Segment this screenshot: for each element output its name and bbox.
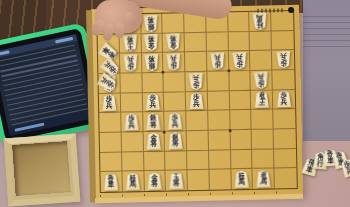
shogi-piece[interactable]: 金将	[166, 34, 182, 52]
star-point	[229, 129, 232, 132]
piece-kanji: 兵	[214, 54, 221, 62]
board-cell	[209, 170, 231, 190]
captured-pieces-top-player: 香車歩兵歩兵	[99, 44, 129, 104]
board-cell: 歩兵	[272, 50, 294, 70]
star-point	[227, 69, 230, 72]
piece-kanji: 兵	[281, 99, 288, 106]
piece-kanji: 車	[108, 182, 115, 189]
shogi-piece[interactable]: 歩兵	[276, 91, 291, 108]
board-cell	[252, 149, 274, 169]
board-cell	[250, 31, 272, 51]
shogi-piece[interactable]: 竜馬	[256, 170, 271, 187]
shogi-piece[interactable]: 歩兵	[188, 72, 204, 90]
piece-kanji: 王	[259, 99, 266, 106]
board-cell: 香車	[100, 172, 122, 192]
piece-kanji: 将	[151, 181, 158, 188]
board-cell	[252, 110, 274, 130]
piece-kanji: 馬	[257, 14, 264, 22]
piece-kanji: 将	[126, 36, 133, 44]
shogi-piece[interactable]: 歩兵	[189, 92, 204, 109]
board-cell: 銀将	[141, 14, 163, 34]
side-bench	[303, 0, 350, 141]
board-cell: 竜王	[251, 90, 273, 110]
piece-kanji: 馬	[260, 178, 267, 185]
board-cell: 歩兵	[163, 53, 185, 73]
board-cell	[230, 130, 252, 150]
board-cell	[208, 130, 230, 150]
piece-kanji: 兵	[236, 54, 243, 62]
piece-kanji: 兵	[172, 121, 179, 128]
board-cell: 歩兵	[186, 91, 208, 111]
board-cell: 金将	[143, 132, 165, 152]
board-cell: 歩兵	[185, 72, 207, 92]
board-cell	[229, 91, 251, 111]
board-cell: 桂馬	[231, 169, 253, 189]
shogi-piece[interactable]: 桂馬	[252, 12, 268, 30]
shogi-piece[interactable]: 桂馬	[125, 173, 140, 190]
board-cell	[250, 51, 272, 71]
piece-kanji: 兵	[128, 122, 135, 129]
board-cell	[187, 150, 209, 170]
piece-kanji: 兵	[192, 74, 199, 82]
board-cell: 歩兵	[207, 52, 229, 72]
shogi-piece[interactable]: 玉将	[169, 172, 184, 189]
board-cell	[122, 152, 144, 172]
shogi-piece[interactable]: 歩兵	[275, 51, 291, 69]
piece-kanji: 兵	[193, 101, 200, 108]
finger	[114, 23, 124, 39]
board-cell	[164, 72, 186, 92]
captured-pieces-bottom-player: 飛車角行香車香車歩兵	[303, 146, 350, 191]
board-cell: 銀将	[165, 131, 187, 151]
piece-kanji: 兵	[170, 55, 177, 63]
board-cell: 歩兵	[251, 70, 273, 90]
board-cell	[272, 31, 294, 51]
piece-box[interactable]	[4, 134, 81, 207]
shogi-piece[interactable]: 金将	[144, 34, 160, 52]
shogi-piece[interactable]: 銀将	[144, 54, 160, 72]
board-cell	[274, 129, 296, 149]
shogi-piece[interactable]: 歩兵	[231, 52, 247, 70]
shogi-piece[interactable]: 歩兵	[253, 71, 269, 89]
board-cell	[230, 110, 252, 130]
piece-kanji: 兵	[280, 53, 287, 61]
shogi-piece[interactable]: 香車	[103, 173, 118, 190]
shogi-piece[interactable]: 歩兵	[124, 113, 139, 130]
board-cell	[207, 71, 229, 91]
piece-kanji: 将	[173, 180, 180, 187]
shogi-piece[interactable]: 竜王	[254, 91, 269, 108]
board-cell	[142, 73, 164, 93]
board-cell	[209, 150, 231, 170]
board-cell	[121, 132, 143, 152]
board-cell: 歩兵	[229, 51, 251, 71]
board-cell: 歩兵	[142, 92, 164, 112]
shogi-piece[interactable]: 金将	[146, 133, 161, 150]
board-cell	[252, 129, 274, 149]
shogi-piece[interactable]: 桂馬	[234, 171, 249, 188]
piece-box-cavity	[12, 141, 70, 196]
piece-kanji: 将	[148, 16, 155, 24]
board-cell: 歩兵	[165, 112, 187, 132]
board-cell	[208, 91, 230, 111]
board-cell	[229, 71, 251, 91]
board-cell: 桂馬	[122, 171, 144, 191]
board-cell	[187, 131, 209, 151]
board-cell	[206, 32, 228, 52]
board-cell	[228, 12, 250, 32]
star-point	[161, 71, 164, 74]
board-cell: 竜馬	[253, 169, 275, 189]
board-cell: 銀将	[143, 112, 165, 132]
board-cell	[185, 52, 207, 72]
board-cell: 銀将	[142, 53, 164, 73]
board-cell	[228, 32, 250, 52]
board-cell: 玉将	[166, 171, 188, 191]
shogi-piece[interactable]: 歩兵	[166, 53, 182, 71]
board-cell: 金将	[141, 33, 163, 53]
board-cell	[273, 70, 295, 90]
board-cell	[186, 111, 208, 131]
scene: 桂馬銀将桂馬王将金将金将歩兵銀将歩兵歩兵歩兵歩兵歩兵歩兵歩兵歩兵歩兵歩兵竜王歩兵…	[0, 0, 350, 207]
piece-kanji: 馬	[238, 179, 245, 186]
shogi-piece[interactable]: 金将	[147, 172, 162, 189]
shogi-piece[interactable]: 銀将	[168, 132, 183, 149]
board-cell: 歩兵	[273, 90, 295, 110]
piece-kanji: 兵	[258, 73, 265, 81]
board-cell: 歩兵	[121, 112, 143, 132]
piece-kanji: 将	[170, 35, 177, 43]
board-cell	[271, 11, 293, 31]
shogi-piece[interactable]: 歩兵	[209, 52, 225, 70]
board-cell	[275, 168, 297, 188]
board-cell	[273, 109, 295, 129]
piece-kanji: 将	[150, 121, 157, 128]
piece-kanji: 馬	[130, 181, 137, 188]
shogi-piece[interactable]: 歩兵	[167, 112, 182, 129]
board-cell	[274, 149, 296, 169]
board-cell	[165, 151, 187, 171]
piece-kanji: 将	[148, 36, 155, 44]
shogi-piece[interactable]: 歩兵	[96, 72, 118, 94]
shogi-piece[interactable]: 銀将	[146, 113, 161, 130]
board-cell	[164, 92, 186, 112]
star-point	[163, 131, 166, 134]
board-cell	[100, 152, 122, 172]
piece-kanji: 将	[172, 140, 179, 147]
board-cell: 金将	[163, 33, 185, 53]
piece-kanji: 兵	[345, 166, 350, 175]
board-cell	[188, 170, 210, 190]
board-cell	[100, 133, 122, 153]
board-cell: 金将	[144, 171, 166, 191]
board-cell: 桂馬	[250, 11, 272, 31]
board-cell	[185, 32, 207, 52]
board-cell	[162, 13, 184, 33]
maker-stamp	[257, 8, 283, 13]
piece-kanji: 将	[150, 141, 157, 148]
board-cell	[144, 151, 166, 171]
board-cell	[231, 150, 253, 170]
shogi-piece[interactable]: 歩兵	[145, 93, 160, 110]
piece-kanji: 兵	[150, 101, 157, 108]
corner-dot	[288, 7, 294, 13]
board-cell	[208, 111, 230, 131]
piece-kanji: 将	[148, 56, 155, 64]
shogi-piece[interactable]: 銀将	[143, 14, 159, 32]
board-cell	[99, 113, 121, 133]
